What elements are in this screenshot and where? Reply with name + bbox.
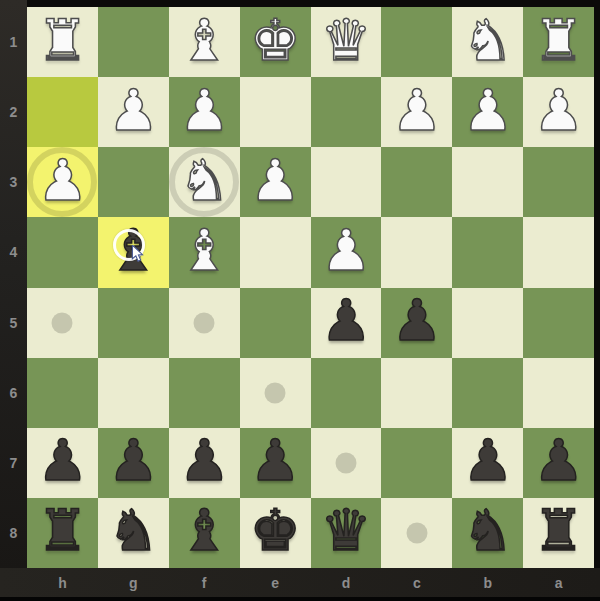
move-hint-dot-h5[interactable] bbox=[52, 312, 73, 333]
square-c1[interactable] bbox=[381, 7, 452, 77]
square-b8[interactable]: ♞ bbox=[452, 498, 523, 568]
square-e1[interactable]: ♚ bbox=[240, 7, 311, 77]
square-a1[interactable]: ♜ bbox=[523, 7, 594, 77]
file-label-d: d bbox=[311, 575, 382, 597]
black-pawn-e7[interactable]: ♟ bbox=[250, 432, 301, 489]
frame-bottom-edge bbox=[0, 597, 600, 601]
white-rook-h1[interactable]: ♜ bbox=[37, 12, 88, 69]
white-pawn-e3[interactable]: ♟ bbox=[250, 152, 301, 209]
square-h8[interactable]: ♜ bbox=[27, 498, 98, 568]
square-h1[interactable]: ♜ bbox=[27, 7, 98, 77]
square-c2[interactable]: ♟ bbox=[381, 77, 452, 147]
square-f8[interactable]: ♝ bbox=[169, 498, 240, 568]
square-d8[interactable]: ♛ bbox=[311, 498, 382, 568]
white-pawn-c2[interactable]: ♟ bbox=[391, 82, 442, 139]
black-pawn-c5[interactable]: ♟ bbox=[391, 292, 442, 349]
cursor-pointer-icon bbox=[131, 245, 145, 267]
square-g5[interactable] bbox=[98, 288, 169, 358]
square-c3[interactable] bbox=[381, 147, 452, 217]
square-b3[interactable] bbox=[452, 147, 523, 217]
move-hint-dot-e6[interactable] bbox=[265, 382, 286, 403]
square-f1[interactable]: ♝ bbox=[169, 7, 240, 77]
file-label-f: f bbox=[169, 575, 240, 597]
white-pawn-d4[interactable]: ♟ bbox=[320, 222, 371, 279]
black-knight-g8[interactable]: ♞ bbox=[108, 502, 159, 559]
square-b5[interactable] bbox=[452, 288, 523, 358]
black-pawn-d5[interactable]: ♟ bbox=[320, 292, 371, 349]
square-e6[interactable] bbox=[240, 358, 311, 428]
rank-label-3: 3 bbox=[0, 147, 27, 217]
black-rook-a8[interactable]: ♜ bbox=[533, 502, 584, 559]
white-queen-d1[interactable]: ♛ bbox=[320, 12, 371, 69]
file-label-c: c bbox=[381, 575, 452, 597]
file-label-b: b bbox=[452, 575, 523, 597]
square-b1[interactable]: ♞ bbox=[452, 7, 523, 77]
square-f4[interactable]: ♝ bbox=[169, 217, 240, 287]
file-label-h: h bbox=[27, 575, 98, 597]
board-frame: ♜♝♚♛♞♜♟♟♟♟♟♟♞♟♝♝♟♟♟♟♟♟♟♟♟♜♞♝♚♛♞♜ 1234567… bbox=[0, 0, 600, 601]
square-d2[interactable] bbox=[311, 77, 382, 147]
file-label-a: a bbox=[523, 575, 594, 597]
square-b2[interactable]: ♟ bbox=[452, 77, 523, 147]
square-f2[interactable]: ♟ bbox=[169, 77, 240, 147]
square-d1[interactable]: ♛ bbox=[311, 7, 382, 77]
square-c5[interactable]: ♟ bbox=[381, 288, 452, 358]
chess-board[interactable]: ♜♝♚♛♞♜♟♟♟♟♟♟♞♟♝♝♟♟♟♟♟♟♟♟♟♜♞♝♚♛♞♜ bbox=[27, 7, 594, 568]
square-a8[interactable]: ♜ bbox=[523, 498, 594, 568]
square-h5[interactable] bbox=[27, 288, 98, 358]
black-pawn-f7[interactable]: ♟ bbox=[179, 432, 230, 489]
rank-label-8: 8 bbox=[0, 498, 27, 568]
rank-label-6: 6 bbox=[0, 358, 27, 428]
white-pawn-f2[interactable]: ♟ bbox=[179, 82, 230, 139]
square-a6[interactable] bbox=[523, 358, 594, 428]
square-g1[interactable] bbox=[98, 7, 169, 77]
square-g2[interactable]: ♟ bbox=[98, 77, 169, 147]
square-f7[interactable]: ♟ bbox=[169, 428, 240, 498]
square-c7[interactable] bbox=[381, 428, 452, 498]
black-pawn-h7[interactable]: ♟ bbox=[37, 432, 88, 489]
white-pawn-b2[interactable]: ♟ bbox=[462, 82, 513, 139]
white-bishop-f1[interactable]: ♝ bbox=[179, 12, 230, 69]
square-d4[interactable]: ♟ bbox=[311, 217, 382, 287]
black-pawn-b7[interactable]: ♟ bbox=[462, 432, 513, 489]
white-pawn-g2[interactable]: ♟ bbox=[108, 82, 159, 139]
square-h7[interactable]: ♟ bbox=[27, 428, 98, 498]
white-pawn-a2[interactable]: ♟ bbox=[533, 82, 584, 139]
rank-label-5: 5 bbox=[0, 288, 27, 358]
square-e3[interactable]: ♟ bbox=[240, 147, 311, 217]
black-bishop-f8[interactable]: ♝ bbox=[179, 502, 230, 559]
file-label-e: e bbox=[240, 575, 311, 597]
black-king-e8[interactable]: ♚ bbox=[250, 502, 301, 559]
square-h6[interactable] bbox=[27, 358, 98, 428]
rank-label-2: 2 bbox=[0, 77, 27, 147]
black-rook-h8[interactable]: ♜ bbox=[37, 502, 88, 559]
square-a4[interactable] bbox=[523, 217, 594, 287]
square-f3[interactable]: ♞ bbox=[169, 147, 240, 217]
white-king-e1[interactable]: ♚ bbox=[250, 12, 301, 69]
rank-label-4: 4 bbox=[0, 217, 27, 287]
white-bishop-f4[interactable]: ♝ bbox=[179, 222, 230, 279]
square-a5[interactable] bbox=[523, 288, 594, 358]
white-knight-f3[interactable]: ♞ bbox=[179, 152, 230, 209]
square-d5[interactable]: ♟ bbox=[311, 288, 382, 358]
black-pawn-g7[interactable]: ♟ bbox=[108, 432, 159, 489]
square-f6[interactable] bbox=[169, 358, 240, 428]
square-e8[interactable]: ♚ bbox=[240, 498, 311, 568]
square-h3[interactable]: ♟ bbox=[27, 147, 98, 217]
square-b7[interactable]: ♟ bbox=[452, 428, 523, 498]
square-b6[interactable] bbox=[452, 358, 523, 428]
square-d7[interactable] bbox=[311, 428, 382, 498]
square-g7[interactable]: ♟ bbox=[98, 428, 169, 498]
square-h4[interactable] bbox=[27, 217, 98, 287]
square-e7[interactable]: ♟ bbox=[240, 428, 311, 498]
square-a3[interactable] bbox=[523, 147, 594, 217]
white-rook-a1[interactable]: ♜ bbox=[533, 12, 584, 69]
square-e4[interactable] bbox=[240, 217, 311, 287]
square-a2[interactable]: ♟ bbox=[523, 77, 594, 147]
square-c6[interactable] bbox=[381, 358, 452, 428]
square-h2[interactable] bbox=[27, 77, 98, 147]
square-e5[interactable] bbox=[240, 288, 311, 358]
square-c8[interactable] bbox=[381, 498, 452, 568]
white-knight-b1[interactable]: ♞ bbox=[462, 12, 513, 69]
move-hint-dot-f5[interactable] bbox=[194, 312, 215, 333]
square-g8[interactable]: ♞ bbox=[98, 498, 169, 568]
square-b4[interactable] bbox=[452, 217, 523, 287]
square-d6[interactable] bbox=[311, 358, 382, 428]
move-hint-dot-d7[interactable] bbox=[335, 452, 356, 473]
square-c4[interactable] bbox=[381, 217, 452, 287]
file-label-g: g bbox=[98, 575, 169, 597]
white-pawn-h3[interactable]: ♟ bbox=[37, 152, 88, 209]
black-pawn-a7[interactable]: ♟ bbox=[533, 432, 584, 489]
square-f5[interactable] bbox=[169, 288, 240, 358]
square-e2[interactable] bbox=[240, 77, 311, 147]
rank-label-1: 1 bbox=[0, 7, 27, 77]
black-queen-d8[interactable]: ♛ bbox=[320, 502, 371, 559]
rank-label-7: 7 bbox=[0, 428, 27, 498]
black-knight-b8[interactable]: ♞ bbox=[462, 502, 513, 559]
square-d3[interactable] bbox=[311, 147, 382, 217]
square-g6[interactable] bbox=[98, 358, 169, 428]
square-g3[interactable] bbox=[98, 147, 169, 217]
move-hint-dot-c8[interactable] bbox=[406, 522, 427, 543]
square-a7[interactable]: ♟ bbox=[523, 428, 594, 498]
